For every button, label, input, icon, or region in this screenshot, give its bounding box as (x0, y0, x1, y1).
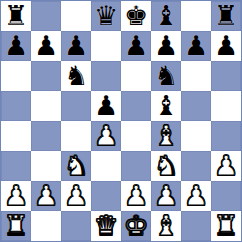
square-b5[interactable] (31, 91, 61, 121)
square-a2[interactable]: ♟ (1, 181, 31, 211)
square-e2[interactable]: ♟ (121, 181, 151, 211)
square-g8[interactable] (181, 1, 211, 31)
square-e4[interactable] (121, 121, 151, 151)
square-a4[interactable] (1, 121, 31, 151)
square-g6[interactable] (181, 61, 211, 91)
square-a8[interactable]: ♜ (1, 1, 31, 31)
white-pawn[interactable]: ♟ (4, 182, 28, 209)
square-h6[interactable] (211, 61, 241, 91)
square-f2[interactable]: ♟ (151, 181, 181, 211)
square-d7[interactable] (91, 31, 121, 61)
square-a3[interactable] (1, 151, 31, 181)
square-h4[interactable] (211, 121, 241, 151)
white-pawn[interactable]: ♟ (124, 182, 148, 209)
square-h1[interactable]: ♜ (211, 211, 241, 241)
black-bishop[interactable]: ♝ (154, 92, 178, 119)
black-bishop[interactable]: ♝ (154, 2, 178, 29)
square-h7[interactable]: ♟ (211, 31, 241, 61)
square-a1[interactable]: ♜ (1, 211, 31, 241)
white-pawn[interactable]: ♟ (214, 152, 238, 179)
white-rook[interactable]: ♜ (4, 212, 28, 239)
square-d6[interactable] (91, 61, 121, 91)
black-pawn[interactable]: ♟ (124, 32, 148, 59)
black-pawn[interactable]: ♟ (94, 92, 118, 119)
square-b7[interactable]: ♟ (31, 31, 61, 61)
square-e3[interactable] (121, 151, 151, 181)
square-c6[interactable]: ♞ (61, 61, 91, 91)
black-pawn[interactable]: ♟ (214, 32, 238, 59)
white-pawn[interactable]: ♟ (154, 182, 178, 209)
black-king[interactable]: ♚ (124, 2, 148, 29)
square-d8[interactable]: ♛ (91, 1, 121, 31)
black-pawn[interactable]: ♟ (4, 32, 28, 59)
square-g2[interactable]: ♟ (181, 181, 211, 211)
square-b6[interactable] (31, 61, 61, 91)
square-d3[interactable] (91, 151, 121, 181)
square-f1[interactable]: ♝ (151, 211, 181, 241)
square-e7[interactable]: ♟ (121, 31, 151, 61)
square-d2[interactable] (91, 181, 121, 211)
black-knight[interactable]: ♞ (154, 62, 178, 89)
white-pawn[interactable]: ♟ (94, 122, 118, 149)
square-g3[interactable] (181, 151, 211, 181)
black-rook[interactable]: ♜ (4, 2, 28, 29)
black-queen[interactable]: ♛ (94, 2, 118, 29)
square-b1[interactable] (31, 211, 61, 241)
black-knight[interactable]: ♞ (64, 62, 88, 89)
square-e8[interactable]: ♚ (121, 1, 151, 31)
square-c1[interactable] (61, 211, 91, 241)
white-pawn[interactable]: ♟ (64, 182, 88, 209)
white-pawn[interactable]: ♟ (184, 182, 208, 209)
square-g5[interactable] (181, 91, 211, 121)
black-pawn[interactable]: ♟ (34, 32, 58, 59)
square-c7[interactable]: ♟ (61, 31, 91, 61)
white-king[interactable]: ♚ (124, 212, 148, 239)
white-rook[interactable]: ♜ (214, 212, 238, 239)
square-c2[interactable]: ♟ (61, 181, 91, 211)
square-b3[interactable] (31, 151, 61, 181)
square-a6[interactable] (1, 61, 31, 91)
square-h8[interactable]: ♜ (211, 1, 241, 31)
white-knight[interactable]: ♞ (64, 152, 88, 179)
square-d5[interactable]: ♟ (91, 91, 121, 121)
square-g4[interactable] (181, 121, 211, 151)
square-d1[interactable]: ♛ (91, 211, 121, 241)
square-f8[interactable]: ♝ (151, 1, 181, 31)
square-c5[interactable] (61, 91, 91, 121)
white-pawn[interactable]: ♟ (34, 182, 58, 209)
square-e6[interactable] (121, 61, 151, 91)
square-e1[interactable]: ♚ (121, 211, 151, 241)
square-h3[interactable]: ♟ (211, 151, 241, 181)
square-c4[interactable] (61, 121, 91, 151)
square-g7[interactable]: ♟ (181, 31, 211, 61)
square-h2[interactable] (211, 181, 241, 211)
square-b2[interactable]: ♟ (31, 181, 61, 211)
square-d4[interactable]: ♟ (91, 121, 121, 151)
square-f6[interactable]: ♞ (151, 61, 181, 91)
square-b4[interactable] (31, 121, 61, 151)
square-c3[interactable]: ♞ (61, 151, 91, 181)
square-f5[interactable]: ♝ (151, 91, 181, 121)
square-g1[interactable] (181, 211, 211, 241)
white-knight[interactable]: ♞ (154, 152, 178, 179)
square-f3[interactable]: ♞ (151, 151, 181, 181)
square-h5[interactable] (211, 91, 241, 121)
white-queen[interactable]: ♛ (94, 212, 118, 239)
square-b8[interactable] (31, 1, 61, 31)
square-f4[interactable]: ♝ (151, 121, 181, 151)
square-f7[interactable]: ♟ (151, 31, 181, 61)
square-e5[interactable] (121, 91, 151, 121)
black-pawn[interactable]: ♟ (184, 32, 208, 59)
black-pawn[interactable]: ♟ (64, 32, 88, 59)
black-pawn[interactable]: ♟ (154, 32, 178, 59)
black-rook[interactable]: ♜ (214, 2, 238, 29)
white-bishop[interactable]: ♝ (154, 212, 178, 239)
white-bishop[interactable]: ♝ (154, 122, 178, 149)
square-a7[interactable]: ♟ (1, 31, 31, 61)
square-c8[interactable] (61, 1, 91, 31)
square-a5[interactable] (1, 91, 31, 121)
chess-board: ♜♛♚♝♜♟♟♟♟♟♟♟♞♞♟♝♟♝♞♞♟♟♟♟♟♟♟♜♛♚♝♜ (0, 0, 242, 242)
